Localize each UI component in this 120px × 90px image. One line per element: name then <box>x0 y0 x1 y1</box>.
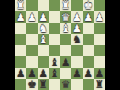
square-g7[interactable]: ♟ <box>26 68 37 79</box>
square-h4[interactable] <box>15 34 26 45</box>
square-c1[interactable] <box>71 0 82 11</box>
black-rook[interactable]: ♜ <box>95 79 104 89</box>
square-d5[interactable] <box>60 45 71 56</box>
square-h7[interactable]: ♟ <box>15 68 26 79</box>
black-rook[interactable]: ♜ <box>38 79 47 89</box>
square-a4[interactable] <box>94 34 105 45</box>
square-f2[interactable]: ♟ <box>38 11 49 22</box>
white-pawn[interactable]: ♟ <box>83 11 92 21</box>
letterboxed-stage: ♜♜♚♟♟♟♛♟♟♟♞♝♟♝♞♝♟♟♟♟♝♟♟♟♚♜♛♜ <box>0 0 120 90</box>
square-c5[interactable] <box>71 45 82 56</box>
square-b5[interactable] <box>83 45 94 56</box>
black-pawn[interactable]: ♟ <box>61 56 70 66</box>
black-pawn[interactable]: ♟ <box>72 68 81 78</box>
square-h2[interactable]: ♟ <box>15 11 26 22</box>
square-a5[interactable] <box>94 45 105 56</box>
square-d3[interactable]: ♝ <box>60 23 71 34</box>
square-g5[interactable] <box>26 45 37 56</box>
white-pawn[interactable]: ♟ <box>72 23 81 33</box>
square-f5[interactable] <box>38 45 49 56</box>
square-e6[interactable]: ♝ <box>49 56 60 67</box>
square-h5[interactable] <box>15 45 26 56</box>
square-a6[interactable] <box>94 56 105 67</box>
white-bishop[interactable]: ♝ <box>38 34 47 44</box>
white-knight[interactable]: ♞ <box>38 23 47 33</box>
white-pawn[interactable]: ♟ <box>72 11 81 21</box>
white-bishop[interactable]: ♝ <box>61 23 70 33</box>
white-rook[interactable]: ♜ <box>61 0 70 10</box>
square-e4[interactable] <box>49 34 60 45</box>
square-h8[interactable] <box>15 79 26 90</box>
square-d2[interactable]: ♛ <box>60 11 71 22</box>
black-bishop[interactable]: ♝ <box>50 68 59 78</box>
square-f4[interactable]: ♝ <box>38 34 49 45</box>
square-c6[interactable] <box>71 56 82 67</box>
square-b1[interactable]: ♚ <box>83 0 94 11</box>
square-e3[interactable] <box>49 23 60 34</box>
square-h6[interactable] <box>15 56 26 67</box>
square-c8[interactable] <box>71 79 82 90</box>
white-pawn[interactable]: ♟ <box>16 11 25 21</box>
square-c3[interactable]: ♟ <box>71 23 82 34</box>
square-d6[interactable]: ♟ <box>60 56 71 67</box>
white-king[interactable]: ♚ <box>83 0 92 10</box>
black-bishop[interactable]: ♝ <box>50 56 59 66</box>
square-b8[interactable] <box>83 79 94 90</box>
square-a1[interactable] <box>94 0 105 11</box>
square-e5[interactable] <box>49 45 60 56</box>
letterbox-left <box>0 0 15 90</box>
square-b4[interactable] <box>83 34 94 45</box>
black-pawn[interactable]: ♟ <box>83 68 92 78</box>
square-g2[interactable]: ♟ <box>26 11 37 22</box>
square-g8[interactable]: ♚ <box>26 79 37 90</box>
square-a2[interactable]: ♟ <box>94 11 105 22</box>
square-a3[interactable] <box>94 23 105 34</box>
chess-board[interactable]: ♜♜♚♟♟♟♛♟♟♟♞♝♟♝♞♝♟♟♟♟♝♟♟♟♚♜♛♜ <box>15 0 105 90</box>
black-pawn[interactable]: ♟ <box>27 68 36 78</box>
white-pawn[interactable]: ♟ <box>27 11 36 21</box>
square-g4[interactable] <box>26 34 37 45</box>
square-h1[interactable]: ♜ <box>15 0 26 11</box>
letterbox-right <box>105 0 120 90</box>
square-a7[interactable]: ♟ <box>94 68 105 79</box>
square-e8[interactable] <box>49 79 60 90</box>
square-d7[interactable] <box>60 68 71 79</box>
square-d1[interactable]: ♜ <box>60 0 71 11</box>
square-e1[interactable] <box>49 0 60 11</box>
square-c7[interactable]: ♟ <box>71 68 82 79</box>
white-queen[interactable]: ♛ <box>61 11 70 21</box>
square-b6[interactable] <box>83 56 94 67</box>
square-f3[interactable]: ♞ <box>38 23 49 34</box>
square-d8[interactable]: ♛ <box>60 79 71 90</box>
square-e2[interactable] <box>49 11 60 22</box>
square-g3[interactable] <box>26 23 37 34</box>
black-pawn[interactable]: ♟ <box>38 68 47 78</box>
square-c4[interactable]: ♞ <box>71 34 82 45</box>
square-c2[interactable]: ♟ <box>71 11 82 22</box>
black-knight[interactable]: ♞ <box>72 34 81 44</box>
black-pawn[interactable]: ♟ <box>16 68 25 78</box>
black-pawn[interactable]: ♟ <box>95 68 104 78</box>
square-b7[interactable]: ♟ <box>83 68 94 79</box>
square-d4[interactable] <box>60 34 71 45</box>
square-b3[interactable] <box>83 23 94 34</box>
square-f7[interactable]: ♟ <box>38 68 49 79</box>
black-queen[interactable]: ♛ <box>61 79 70 89</box>
black-king[interactable]: ♚ <box>27 79 36 89</box>
square-a8[interactable]: ♜ <box>94 79 105 90</box>
white-rook[interactable]: ♜ <box>16 0 25 10</box>
square-f1[interactable] <box>38 0 49 11</box>
white-pawn[interactable]: ♟ <box>38 11 47 21</box>
square-h3[interactable] <box>15 23 26 34</box>
square-g6[interactable] <box>26 56 37 67</box>
square-b2[interactable]: ♟ <box>83 11 94 22</box>
square-e7[interactable]: ♝ <box>49 68 60 79</box>
square-g1[interactable] <box>26 0 37 11</box>
square-f8[interactable]: ♜ <box>38 79 49 90</box>
square-f6[interactable] <box>38 56 49 67</box>
white-pawn[interactable]: ♟ <box>95 11 104 21</box>
